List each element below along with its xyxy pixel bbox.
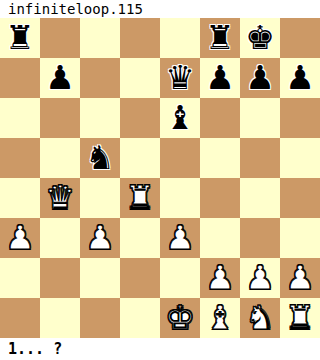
square-a2[interactable] [0,258,40,298]
square-e2[interactable] [160,258,200,298]
square-h7[interactable]: ♟ [280,58,320,98]
puzzle-title: infiniteloop.115 [0,0,320,18]
square-b2[interactable] [40,258,80,298]
black-pawn: ♟ [245,58,275,98]
square-e1[interactable]: ♚ [160,298,200,338]
white-rook: ♜ [285,298,315,338]
white-pawn: ♟ [245,258,275,298]
square-e7[interactable]: ♛ [160,58,200,98]
square-d6[interactable] [120,98,160,138]
square-c4[interactable] [80,178,120,218]
black-pawn: ♟ [45,58,75,98]
black-king: ♚ [245,18,275,58]
square-b8[interactable] [40,18,80,58]
square-c1[interactable] [80,298,120,338]
white-pawn: ♟ [205,258,235,298]
square-f6[interactable] [200,98,240,138]
square-d2[interactable] [120,258,160,298]
square-d7[interactable] [120,58,160,98]
square-e3[interactable]: ♟ [160,218,200,258]
square-e8[interactable] [160,18,200,58]
white-bishop: ♝ [205,298,235,338]
square-a8[interactable]: ♜ [0,18,40,58]
chess-puzzle-window: infiniteloop.115 ♜♜♚♟♛♟♟♟♝♞♛♜♟♟♟♟♟♟♚♝♞♜ … [0,0,320,360]
square-c6[interactable] [80,98,120,138]
square-e4[interactable] [160,178,200,218]
square-a4[interactable] [0,178,40,218]
square-c7[interactable] [80,58,120,98]
square-h8[interactable] [280,18,320,58]
square-b1[interactable] [40,298,80,338]
square-g6[interactable] [240,98,280,138]
black-bishop: ♝ [165,98,195,138]
square-g2[interactable]: ♟ [240,258,280,298]
square-b6[interactable] [40,98,80,138]
square-g7[interactable]: ♟ [240,58,280,98]
square-g5[interactable] [240,138,280,178]
square-h4[interactable] [280,178,320,218]
square-h5[interactable] [280,138,320,178]
square-f5[interactable] [200,138,240,178]
black-pawn: ♟ [205,58,235,98]
white-knight: ♞ [245,298,275,338]
move-prompt: 1... ? [0,338,320,360]
square-f4[interactable] [200,178,240,218]
square-g3[interactable] [240,218,280,258]
white-rook: ♜ [125,178,155,218]
square-g1[interactable]: ♞ [240,298,280,338]
white-king: ♚ [165,298,195,338]
square-a5[interactable] [0,138,40,178]
chess-board: ♜♜♚♟♛♟♟♟♝♞♛♜♟♟♟♟♟♟♚♝♞♜ [0,18,320,338]
square-b4[interactable]: ♛ [40,178,80,218]
square-d8[interactable] [120,18,160,58]
square-d4[interactable]: ♜ [120,178,160,218]
square-c2[interactable] [80,258,120,298]
square-f1[interactable]: ♝ [200,298,240,338]
square-e5[interactable] [160,138,200,178]
square-h3[interactable] [280,218,320,258]
white-pawn: ♟ [5,218,35,258]
square-h2[interactable]: ♟ [280,258,320,298]
square-a7[interactable] [0,58,40,98]
square-d3[interactable] [120,218,160,258]
square-e6[interactable]: ♝ [160,98,200,138]
square-f7[interactable]: ♟ [200,58,240,98]
square-c8[interactable] [80,18,120,58]
white-pawn: ♟ [165,218,195,258]
square-c3[interactable]: ♟ [80,218,120,258]
square-c5[interactable]: ♞ [80,138,120,178]
black-queen: ♛ [165,58,195,98]
white-queen: ♛ [45,178,75,218]
white-pawn: ♟ [85,218,115,258]
square-a3[interactable]: ♟ [0,218,40,258]
square-d5[interactable] [120,138,160,178]
square-b7[interactable]: ♟ [40,58,80,98]
square-b3[interactable] [40,218,80,258]
square-a1[interactable] [0,298,40,338]
square-f3[interactable] [200,218,240,258]
square-g8[interactable]: ♚ [240,18,280,58]
black-pawn: ♟ [285,58,315,98]
square-a6[interactable] [0,98,40,138]
square-g4[interactable] [240,178,280,218]
black-knight: ♞ [85,138,115,178]
white-pawn: ♟ [285,258,315,298]
square-h1[interactable]: ♜ [280,298,320,338]
black-rook: ♜ [5,18,35,58]
square-f2[interactable]: ♟ [200,258,240,298]
square-b5[interactable] [40,138,80,178]
square-h6[interactable] [280,98,320,138]
square-f8[interactable]: ♜ [200,18,240,58]
square-d1[interactable] [120,298,160,338]
black-rook: ♜ [205,18,235,58]
